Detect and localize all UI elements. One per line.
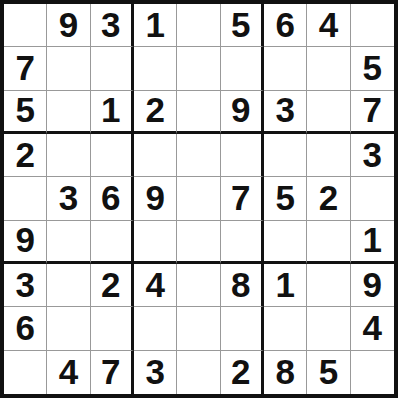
cell-r5c5[interactable]: [177, 177, 220, 220]
cell-r5c2[interactable]: 3: [47, 177, 90, 220]
cell-r9c7[interactable]: 8: [264, 351, 307, 394]
cell-r4c1[interactable]: 2: [4, 134, 47, 177]
cell-r1c8[interactable]: 4: [307, 4, 350, 47]
cell-r8c6[interactable]: [221, 307, 264, 350]
cell-r3c8[interactable]: [307, 91, 350, 134]
cell-r7c4[interactable]: 4: [134, 264, 177, 307]
cell-r6c1[interactable]: 9: [4, 221, 47, 264]
cell-r7c5[interactable]: [177, 264, 220, 307]
cell-r4c4[interactable]: [134, 134, 177, 177]
cell-r9c6[interactable]: 2: [221, 351, 264, 394]
cell-r9c8[interactable]: 5: [307, 351, 350, 394]
cell-r6c4[interactable]: [134, 221, 177, 264]
cell-r1c6[interactable]: 5: [221, 4, 264, 47]
cell-r5c1[interactable]: [4, 177, 47, 220]
cell-r9c2[interactable]: 4: [47, 351, 90, 394]
cell-r5c9[interactable]: [351, 177, 394, 220]
cell-r4c7[interactable]: [264, 134, 307, 177]
cell-r9c9[interactable]: [351, 351, 394, 394]
cell-r6c5[interactable]: [177, 221, 220, 264]
cell-r9c3[interactable]: 7: [91, 351, 134, 394]
cell-r8c9[interactable]: 4: [351, 307, 394, 350]
cell-r7c1[interactable]: 3: [4, 264, 47, 307]
cell-r1c9[interactable]: [351, 4, 394, 47]
cell-r4c3[interactable]: [91, 134, 134, 177]
cell-r8c7[interactable]: [264, 307, 307, 350]
cell-r2c8[interactable]: [307, 47, 350, 90]
cell-r4c2[interactable]: [47, 134, 90, 177]
cell-r2c2[interactable]: [47, 47, 90, 90]
cell-r8c4[interactable]: [134, 307, 177, 350]
cell-r5c6[interactable]: 7: [221, 177, 264, 220]
cell-r7c3[interactable]: 2: [91, 264, 134, 307]
cell-r8c5[interactable]: [177, 307, 220, 350]
cell-r3c4[interactable]: 2: [134, 91, 177, 134]
cell-r9c4[interactable]: 3: [134, 351, 177, 394]
cell-r6c7[interactable]: [264, 221, 307, 264]
cell-r4c9[interactable]: 3: [351, 134, 394, 177]
cell-r7c7[interactable]: 1: [264, 264, 307, 307]
cell-r1c3[interactable]: 3: [91, 4, 134, 47]
cell-r2c5[interactable]: [177, 47, 220, 90]
cell-r8c8[interactable]: [307, 307, 350, 350]
cell-r3c3[interactable]: 1: [91, 91, 134, 134]
cell-r7c9[interactable]: 9: [351, 264, 394, 307]
cell-r1c2[interactable]: 9: [47, 4, 90, 47]
sudoku-page: 93156475512937233697529132481964473285: [0, 0, 400, 400]
cell-r4c6[interactable]: [221, 134, 264, 177]
cell-r7c8[interactable]: [307, 264, 350, 307]
cell-r8c1[interactable]: 6: [4, 307, 47, 350]
cell-r2c6[interactable]: [221, 47, 264, 90]
cell-r2c1[interactable]: 7: [4, 47, 47, 90]
cell-r5c7[interactable]: 5: [264, 177, 307, 220]
cell-r6c2[interactable]: [47, 221, 90, 264]
cell-r2c9[interactable]: 5: [351, 47, 394, 90]
cell-r9c1[interactable]: [4, 351, 47, 394]
cell-r2c3[interactable]: [91, 47, 134, 90]
cell-r7c2[interactable]: [47, 264, 90, 307]
cell-r5c3[interactable]: 6: [91, 177, 134, 220]
cell-r6c3[interactable]: [91, 221, 134, 264]
cell-r3c5[interactable]: [177, 91, 220, 134]
cell-r3c6[interactable]: 9: [221, 91, 264, 134]
cell-r8c3[interactable]: [91, 307, 134, 350]
cell-r9c5[interactable]: [177, 351, 220, 394]
cell-r5c4[interactable]: 9: [134, 177, 177, 220]
cell-r7c6[interactable]: 8: [221, 264, 264, 307]
cell-r3c1[interactable]: 5: [4, 91, 47, 134]
cell-r2c7[interactable]: [264, 47, 307, 90]
sudoku-board: 93156475512937233697529132481964473285: [0, 0, 398, 398]
cell-r1c7[interactable]: 6: [264, 4, 307, 47]
cell-r6c8[interactable]: [307, 221, 350, 264]
cell-r2c4[interactable]: [134, 47, 177, 90]
cell-r3c7[interactable]: 3: [264, 91, 307, 134]
cell-r6c6[interactable]: [221, 221, 264, 264]
cell-r6c9[interactable]: 1: [351, 221, 394, 264]
cell-r4c5[interactable]: [177, 134, 220, 177]
cell-r3c9[interactable]: 7: [351, 91, 394, 134]
cell-r5c8[interactable]: 2: [307, 177, 350, 220]
cell-r8c2[interactable]: [47, 307, 90, 350]
cell-r1c1[interactable]: [4, 4, 47, 47]
cell-r3c2[interactable]: [47, 91, 90, 134]
cell-r1c4[interactable]: 1: [134, 4, 177, 47]
cell-r4c8[interactable]: [307, 134, 350, 177]
cell-r1c5[interactable]: [177, 4, 220, 47]
